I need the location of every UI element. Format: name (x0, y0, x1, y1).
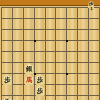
board-cell[interactable] (78, 30, 89, 41)
top-bar (0, 0, 100, 6)
board-cell[interactable] (13, 63, 24, 74)
board-cell[interactable] (13, 96, 24, 100)
board-cell[interactable] (67, 96, 78, 100)
board-cell[interactable] (35, 30, 46, 41)
board-cell[interactable] (78, 8, 89, 19)
board-cell[interactable] (67, 52, 78, 63)
board-cell[interactable] (13, 41, 24, 52)
board-cell[interactable] (2, 63, 13, 74)
board-cell[interactable] (46, 41, 57, 52)
star-point (66, 40, 68, 42)
board-cell[interactable] (67, 41, 78, 52)
board-cell[interactable] (56, 41, 67, 52)
board-cell[interactable] (35, 96, 46, 100)
captured-pawn-count: 1 (90, 7, 93, 11)
shogi-board[interactable]: 銀歩馬歩歩香 (1, 7, 100, 100)
board-cell[interactable] (89, 19, 100, 30)
star-point (34, 73, 36, 75)
board-cell[interactable] (89, 30, 100, 41)
board-cell[interactable] (24, 41, 35, 52)
board-cell[interactable] (78, 41, 89, 52)
board-cell[interactable] (78, 19, 89, 30)
board-cell[interactable] (67, 19, 78, 30)
board-cell[interactable] (46, 30, 57, 41)
board-cell[interactable] (56, 52, 67, 63)
board-cell[interactable] (2, 85, 13, 96)
board-cell[interactable] (2, 41, 13, 52)
board-cell[interactable] (2, 8, 13, 19)
board-cell[interactable] (46, 8, 57, 19)
board-cell[interactable] (46, 52, 57, 63)
board-cell[interactable] (56, 8, 67, 19)
board-cell[interactable] (13, 85, 24, 96)
board-cell[interactable] (35, 41, 46, 52)
board-cell[interactable] (89, 96, 100, 100)
board-cell[interactable] (35, 8, 46, 19)
board-cell[interactable] (78, 52, 89, 63)
board-cell[interactable] (89, 74, 100, 85)
board-cell[interactable] (46, 63, 57, 74)
board-cell[interactable] (78, 74, 89, 85)
board-cell[interactable] (46, 85, 57, 96)
board-cell[interactable] (89, 63, 100, 74)
board-cell[interactable] (56, 74, 67, 85)
board-cell[interactable] (78, 85, 89, 96)
board-cell[interactable] (24, 19, 35, 30)
board-cell[interactable] (2, 52, 13, 63)
board-cell[interactable] (2, 30, 13, 41)
board-cell[interactable] (46, 74, 57, 85)
star-point (34, 40, 36, 42)
board-cell[interactable] (56, 85, 67, 96)
board-cell[interactable] (13, 8, 24, 19)
board-cell[interactable] (24, 8, 35, 19)
board-cell[interactable] (67, 85, 78, 96)
board-cell[interactable] (67, 30, 78, 41)
board-cell[interactable] (67, 63, 78, 74)
board-cell[interactable] (89, 85, 100, 96)
board-cell[interactable] (24, 85, 35, 96)
board-cell[interactable] (2, 19, 13, 30)
board-cell[interactable] (67, 8, 78, 19)
board-cell[interactable] (56, 19, 67, 30)
board-cell[interactable] (13, 52, 24, 63)
board-cell[interactable] (78, 96, 89, 100)
board-cell[interactable] (78, 63, 89, 74)
board-cell[interactable] (13, 30, 24, 41)
board-cell[interactable] (13, 19, 24, 30)
board-cell[interactable] (56, 96, 67, 100)
board-cell[interactable] (24, 96, 35, 100)
board-cell[interactable] (13, 74, 24, 85)
board-cell[interactable] (89, 52, 100, 63)
board-cell[interactable] (35, 52, 46, 63)
board-cell[interactable] (46, 96, 57, 100)
star-point (66, 73, 68, 75)
board-cell[interactable] (67, 74, 78, 85)
board-cell[interactable] (89, 41, 100, 52)
board-cell[interactable] (35, 19, 46, 30)
board-cell[interactable] (46, 19, 57, 30)
board-cell[interactable] (35, 63, 46, 74)
board-cell[interactable] (24, 52, 35, 63)
